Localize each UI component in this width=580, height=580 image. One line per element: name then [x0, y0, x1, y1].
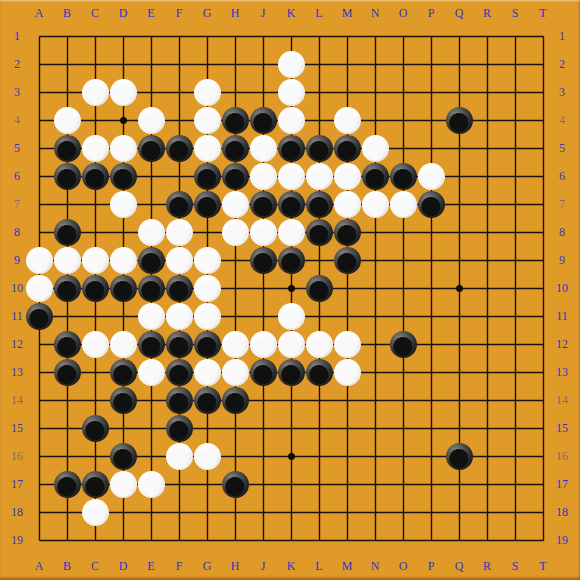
intersection-O17[interactable] [389, 470, 417, 498]
intersection-K12[interactable]: ● [277, 330, 305, 358]
intersection-J4[interactable]: ● [249, 106, 277, 134]
intersection-K9[interactable]: ● [277, 246, 305, 274]
intersection-L5[interactable]: ● [305, 134, 333, 162]
intersection-J14[interactable] [249, 386, 277, 414]
intersection-A14[interactable] [25, 386, 53, 414]
intersection-E16[interactable] [137, 442, 165, 470]
intersection-P13[interactable] [417, 358, 445, 386]
intersection-H3[interactable] [221, 78, 249, 106]
intersection-K13[interactable]: ● [277, 358, 305, 386]
intersection-P15[interactable] [417, 414, 445, 442]
intersection-N16[interactable] [361, 442, 389, 470]
intersection-D14[interactable]: ● [109, 386, 137, 414]
intersection-R10[interactable] [473, 274, 501, 302]
intersection-N15[interactable] [361, 414, 389, 442]
intersection-J3[interactable] [249, 78, 277, 106]
intersection-B6[interactable]: ● [53, 162, 81, 190]
intersection-S19[interactable] [501, 526, 529, 554]
intersection-G2[interactable] [193, 50, 221, 78]
intersection-P11[interactable] [417, 302, 445, 330]
intersection-C6[interactable]: ● [81, 162, 109, 190]
intersection-D17[interactable]: ● [109, 470, 137, 498]
intersection-D13[interactable]: ● [109, 358, 137, 386]
intersection-M14[interactable] [333, 386, 361, 414]
intersection-Q13[interactable] [445, 358, 473, 386]
intersection-H17[interactable]: ● [221, 470, 249, 498]
intersection-K3[interactable]: ● [277, 78, 305, 106]
intersection-C7[interactable] [81, 190, 109, 218]
intersection-H8[interactable]: ● [221, 218, 249, 246]
intersection-J19[interactable] [249, 526, 277, 554]
intersection-C8[interactable] [81, 218, 109, 246]
intersection-Q17[interactable] [445, 470, 473, 498]
intersection-L2[interactable] [305, 50, 333, 78]
intersection-Q4[interactable]: ● [445, 106, 473, 134]
intersection-L11[interactable] [305, 302, 333, 330]
intersection-C10[interactable]: ● [81, 274, 109, 302]
intersection-S12[interactable] [501, 330, 529, 358]
intersection-K14[interactable] [277, 386, 305, 414]
intersection-R7[interactable] [473, 190, 501, 218]
intersection-N19[interactable] [361, 526, 389, 554]
intersection-O2[interactable] [389, 50, 417, 78]
intersection-S15[interactable] [501, 414, 529, 442]
intersection-F8[interactable]: ● [165, 218, 193, 246]
intersection-A3[interactable] [25, 78, 53, 106]
intersection-G19[interactable] [193, 526, 221, 554]
intersection-M16[interactable] [333, 442, 361, 470]
intersection-S9[interactable] [501, 246, 529, 274]
intersection-N2[interactable] [361, 50, 389, 78]
intersection-G17[interactable] [193, 470, 221, 498]
intersection-N14[interactable] [361, 386, 389, 414]
intersection-Q9[interactable] [445, 246, 473, 274]
intersection-A10[interactable]: ● [25, 274, 53, 302]
intersection-C13[interactable] [81, 358, 109, 386]
intersection-M18[interactable] [333, 498, 361, 526]
intersection-H11[interactable] [221, 302, 249, 330]
intersection-P7[interactable]: ● [417, 190, 445, 218]
intersection-G15[interactable] [193, 414, 221, 442]
intersection-K19[interactable] [277, 526, 305, 554]
intersection-L7[interactable]: ● [305, 190, 333, 218]
intersection-G12[interactable]: ● [193, 330, 221, 358]
intersection-D15[interactable] [109, 414, 137, 442]
intersection-O8[interactable] [389, 218, 417, 246]
intersection-N17[interactable] [361, 470, 389, 498]
intersection-S6[interactable] [501, 162, 529, 190]
intersection-B15[interactable] [53, 414, 81, 442]
intersection-C3[interactable]: ● [81, 78, 109, 106]
intersection-M7[interactable]: ● [333, 190, 361, 218]
intersection-H5[interactable]: ● [221, 134, 249, 162]
intersection-P19[interactable] [417, 526, 445, 554]
intersection-F14[interactable]: ● [165, 386, 193, 414]
intersection-L3[interactable] [305, 78, 333, 106]
intersection-K4[interactable]: ● [277, 106, 305, 134]
intersection-K8[interactable]: ● [277, 218, 305, 246]
intersection-Q7[interactable] [445, 190, 473, 218]
intersection-E2[interactable] [137, 50, 165, 78]
intersection-C12[interactable]: ● [81, 330, 109, 358]
intersection-R15[interactable] [473, 414, 501, 442]
intersection-N7[interactable]: ● [361, 190, 389, 218]
intersection-D18[interactable] [109, 498, 137, 526]
intersection-D6[interactable]: ● [109, 162, 137, 190]
intersection-D11[interactable] [109, 302, 137, 330]
intersection-R1[interactable] [473, 22, 501, 50]
intersection-R18[interactable] [473, 498, 501, 526]
intersection-N3[interactable] [361, 78, 389, 106]
intersection-B12[interactable]: ● [53, 330, 81, 358]
intersection-G11[interactable]: ● [193, 302, 221, 330]
intersection-C17[interactable]: ● [81, 470, 109, 498]
intersection-A19[interactable] [25, 526, 53, 554]
intersection-E18[interactable] [137, 498, 165, 526]
intersection-G13[interactable]: ● [193, 358, 221, 386]
intersection-A8[interactable] [25, 218, 53, 246]
intersection-K1[interactable] [277, 22, 305, 50]
intersection-H12[interactable]: ● [221, 330, 249, 358]
intersection-O12[interactable]: ● [389, 330, 417, 358]
intersection-M12[interactable]: ● [333, 330, 361, 358]
intersection-B14[interactable] [53, 386, 81, 414]
intersection-A7[interactable] [25, 190, 53, 218]
intersection-O19[interactable] [389, 526, 417, 554]
intersection-F6[interactable] [165, 162, 193, 190]
intersection-M6[interactable]: ● [333, 162, 361, 190]
intersection-M5[interactable]: ● [333, 134, 361, 162]
intersection-B10[interactable]: ● [53, 274, 81, 302]
intersection-J17[interactable] [249, 470, 277, 498]
intersection-Q2[interactable] [445, 50, 473, 78]
intersection-E11[interactable]: ● [137, 302, 165, 330]
intersection-O13[interactable] [389, 358, 417, 386]
intersection-A13[interactable] [25, 358, 53, 386]
intersection-E17[interactable]: ● [137, 470, 165, 498]
intersection-A2[interactable] [25, 50, 53, 78]
intersection-B19[interactable] [53, 526, 81, 554]
intersection-G10[interactable]: ● [193, 274, 221, 302]
intersection-A9[interactable]: ● [25, 246, 53, 274]
intersection-Q5[interactable] [445, 134, 473, 162]
intersection-F5[interactable]: ● [165, 134, 193, 162]
intersection-Q18[interactable] [445, 498, 473, 526]
intersection-Q12[interactable] [445, 330, 473, 358]
intersection-K2[interactable]: ● [277, 50, 305, 78]
intersection-M4[interactable]: ● [333, 106, 361, 134]
intersection-H18[interactable] [221, 498, 249, 526]
intersection-A15[interactable] [25, 414, 53, 442]
intersection-P3[interactable] [417, 78, 445, 106]
intersection-Q11[interactable] [445, 302, 473, 330]
intersection-N10[interactable] [361, 274, 389, 302]
intersection-H2[interactable] [221, 50, 249, 78]
intersection-G4[interactable]: ● [193, 106, 221, 134]
intersection-A16[interactable] [25, 442, 53, 470]
intersection-E9[interactable]: ● [137, 246, 165, 274]
intersection-G16[interactable]: ● [193, 442, 221, 470]
intersection-B17[interactable]: ● [53, 470, 81, 498]
intersection-J11[interactable] [249, 302, 277, 330]
intersection-R9[interactable] [473, 246, 501, 274]
intersection-H13[interactable]: ● [221, 358, 249, 386]
intersection-J6[interactable]: ● [249, 162, 277, 190]
intersection-F13[interactable]: ● [165, 358, 193, 386]
intersection-P17[interactable] [417, 470, 445, 498]
intersection-P12[interactable] [417, 330, 445, 358]
intersection-S17[interactable] [501, 470, 529, 498]
intersection-S4[interactable] [501, 106, 529, 134]
intersection-J10[interactable] [249, 274, 277, 302]
intersection-C14[interactable] [81, 386, 109, 414]
intersection-E7[interactable] [137, 190, 165, 218]
intersection-N4[interactable] [361, 106, 389, 134]
intersection-S5[interactable] [501, 134, 529, 162]
intersection-D12[interactable]: ● [109, 330, 137, 358]
intersection-J5[interactable]: ● [249, 134, 277, 162]
intersection-S16[interactable] [501, 442, 529, 470]
intersection-H7[interactable]: ● [221, 190, 249, 218]
intersection-E6[interactable] [137, 162, 165, 190]
intersection-H15[interactable] [221, 414, 249, 442]
intersection-D3[interactable]: ● [109, 78, 137, 106]
intersection-A12[interactable] [25, 330, 53, 358]
intersection-O7[interactable]: ● [389, 190, 417, 218]
intersection-O6[interactable]: ● [389, 162, 417, 190]
intersection-S11[interactable] [501, 302, 529, 330]
intersection-E14[interactable] [137, 386, 165, 414]
intersection-H14[interactable]: ● [221, 386, 249, 414]
intersection-L17[interactable] [305, 470, 333, 498]
intersection-C16[interactable] [81, 442, 109, 470]
intersection-L10[interactable]: ● [305, 274, 333, 302]
intersection-D4[interactable] [109, 106, 137, 134]
intersection-C4[interactable] [81, 106, 109, 134]
intersection-M3[interactable] [333, 78, 361, 106]
intersection-K11[interactable]: ● [277, 302, 305, 330]
intersection-E13[interactable]: ● [137, 358, 165, 386]
intersection-P5[interactable] [417, 134, 445, 162]
intersection-O15[interactable] [389, 414, 417, 442]
intersection-D10[interactable]: ● [109, 274, 137, 302]
intersection-H9[interactable] [221, 246, 249, 274]
intersection-K17[interactable] [277, 470, 305, 498]
intersection-B3[interactable] [53, 78, 81, 106]
intersection-R3[interactable] [473, 78, 501, 106]
intersection-O3[interactable] [389, 78, 417, 106]
intersection-J16[interactable] [249, 442, 277, 470]
intersection-G8[interactable] [193, 218, 221, 246]
intersection-K18[interactable] [277, 498, 305, 526]
intersection-M13[interactable]: ● [333, 358, 361, 386]
intersection-R17[interactable] [473, 470, 501, 498]
intersection-L8[interactable]: ● [305, 218, 333, 246]
intersection-P16[interactable] [417, 442, 445, 470]
intersection-A1[interactable] [25, 22, 53, 50]
intersection-K7[interactable]: ● [277, 190, 305, 218]
intersection-S2[interactable] [501, 50, 529, 78]
intersection-P8[interactable] [417, 218, 445, 246]
intersection-B9[interactable]: ● [53, 246, 81, 274]
intersection-F4[interactable] [165, 106, 193, 134]
intersection-L4[interactable] [305, 106, 333, 134]
intersection-F17[interactable] [165, 470, 193, 498]
intersection-D1[interactable] [109, 22, 137, 50]
intersection-Q3[interactable] [445, 78, 473, 106]
intersection-M17[interactable] [333, 470, 361, 498]
intersection-F3[interactable] [165, 78, 193, 106]
intersection-H6[interactable]: ● [221, 162, 249, 190]
intersection-B8[interactable]: ● [53, 218, 81, 246]
intersection-R2[interactable] [473, 50, 501, 78]
intersection-G1[interactable] [193, 22, 221, 50]
intersection-N12[interactable] [361, 330, 389, 358]
intersection-J2[interactable] [249, 50, 277, 78]
intersection-F7[interactable]: ● [165, 190, 193, 218]
intersection-L9[interactable] [305, 246, 333, 274]
intersection-H4[interactable]: ● [221, 106, 249, 134]
intersection-C5[interactable]: ● [81, 134, 109, 162]
intersection-G7[interactable]: ● [193, 190, 221, 218]
intersection-P1[interactable] [417, 22, 445, 50]
intersection-N18[interactable] [361, 498, 389, 526]
intersection-N5[interactable]: ● [361, 134, 389, 162]
intersection-D8[interactable] [109, 218, 137, 246]
intersection-Q8[interactable] [445, 218, 473, 246]
intersection-F19[interactable] [165, 526, 193, 554]
intersection-M9[interactable]: ● [333, 246, 361, 274]
intersection-E5[interactable]: ● [137, 134, 165, 162]
intersection-E12[interactable]: ● [137, 330, 165, 358]
intersection-E4[interactable]: ● [137, 106, 165, 134]
intersection-J7[interactable]: ● [249, 190, 277, 218]
intersection-D19[interactable] [109, 526, 137, 554]
intersection-R8[interactable] [473, 218, 501, 246]
intersection-K16[interactable] [277, 442, 305, 470]
intersection-Q1[interactable] [445, 22, 473, 50]
intersection-R16[interactable] [473, 442, 501, 470]
intersection-E1[interactable] [137, 22, 165, 50]
intersection-O14[interactable] [389, 386, 417, 414]
intersection-A11[interactable]: ● [25, 302, 53, 330]
intersection-G14[interactable]: ● [193, 386, 221, 414]
intersection-N13[interactable] [361, 358, 389, 386]
intersection-F12[interactable]: ● [165, 330, 193, 358]
intersection-B11[interactable] [53, 302, 81, 330]
intersection-Q14[interactable] [445, 386, 473, 414]
intersection-M8[interactable]: ● [333, 218, 361, 246]
intersection-C2[interactable] [81, 50, 109, 78]
intersection-B4[interactable]: ● [53, 106, 81, 134]
intersection-L18[interactable] [305, 498, 333, 526]
intersection-C11[interactable] [81, 302, 109, 330]
intersection-N1[interactable] [361, 22, 389, 50]
intersection-E8[interactable]: ● [137, 218, 165, 246]
intersection-D7[interactable]: ● [109, 190, 137, 218]
intersection-L16[interactable] [305, 442, 333, 470]
intersection-S7[interactable] [501, 190, 529, 218]
intersection-P9[interactable] [417, 246, 445, 274]
intersection-C9[interactable]: ● [81, 246, 109, 274]
intersection-M1[interactable] [333, 22, 361, 50]
intersection-L15[interactable] [305, 414, 333, 442]
intersection-A6[interactable] [25, 162, 53, 190]
intersection-S3[interactable] [501, 78, 529, 106]
intersection-F2[interactable] [165, 50, 193, 78]
intersection-E15[interactable] [137, 414, 165, 442]
intersection-O4[interactable] [389, 106, 417, 134]
intersection-F15[interactable]: ● [165, 414, 193, 442]
intersection-M10[interactable] [333, 274, 361, 302]
intersection-B5[interactable]: ● [53, 134, 81, 162]
intersection-N6[interactable]: ● [361, 162, 389, 190]
intersection-C19[interactable] [81, 526, 109, 554]
intersection-K15[interactable] [277, 414, 305, 442]
intersection-R4[interactable] [473, 106, 501, 134]
intersection-O18[interactable] [389, 498, 417, 526]
intersection-S18[interactable] [501, 498, 529, 526]
intersection-L14[interactable] [305, 386, 333, 414]
intersection-R14[interactable] [473, 386, 501, 414]
intersection-O16[interactable] [389, 442, 417, 470]
intersection-L12[interactable]: ● [305, 330, 333, 358]
intersection-G9[interactable]: ● [193, 246, 221, 274]
intersection-J18[interactable] [249, 498, 277, 526]
intersection-R12[interactable] [473, 330, 501, 358]
intersection-D16[interactable]: ● [109, 442, 137, 470]
intersection-G5[interactable]: ● [193, 134, 221, 162]
intersection-N9[interactable] [361, 246, 389, 274]
intersection-L13[interactable]: ● [305, 358, 333, 386]
intersection-P6[interactable]: ● [417, 162, 445, 190]
intersection-L6[interactable]: ● [305, 162, 333, 190]
intersection-O11[interactable] [389, 302, 417, 330]
intersection-A4[interactable] [25, 106, 53, 134]
intersection-H16[interactable] [221, 442, 249, 470]
intersection-F11[interactable]: ● [165, 302, 193, 330]
intersection-L1[interactable] [305, 22, 333, 50]
intersection-O10[interactable] [389, 274, 417, 302]
intersection-Q10[interactable] [445, 274, 473, 302]
intersection-F10[interactable]: ● [165, 274, 193, 302]
intersection-S8[interactable] [501, 218, 529, 246]
intersection-B1[interactable] [53, 22, 81, 50]
intersection-P4[interactable] [417, 106, 445, 134]
intersection-H19[interactable] [221, 526, 249, 554]
intersection-A17[interactable] [25, 470, 53, 498]
intersection-S10[interactable] [501, 274, 529, 302]
intersection-P10[interactable] [417, 274, 445, 302]
intersection-D9[interactable]: ● [109, 246, 137, 274]
intersection-B7[interactable] [53, 190, 81, 218]
intersection-M15[interactable] [333, 414, 361, 442]
intersection-R11[interactable] [473, 302, 501, 330]
intersection-S1[interactable] [501, 22, 529, 50]
intersection-K10[interactable] [277, 274, 305, 302]
intersection-J8[interactable]: ● [249, 218, 277, 246]
intersection-B2[interactable] [53, 50, 81, 78]
intersection-M2[interactable] [333, 50, 361, 78]
intersection-J15[interactable] [249, 414, 277, 442]
intersection-R6[interactable] [473, 162, 501, 190]
intersection-G18[interactable] [193, 498, 221, 526]
intersection-E19[interactable] [137, 526, 165, 554]
intersection-A5[interactable] [25, 134, 53, 162]
intersection-R19[interactable] [473, 526, 501, 554]
intersection-B13[interactable]: ● [53, 358, 81, 386]
intersection-O9[interactable] [389, 246, 417, 274]
